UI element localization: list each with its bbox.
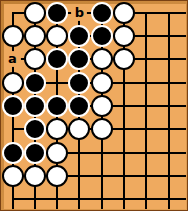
black-stone [2, 95, 24, 117]
black-stone [68, 48, 90, 70]
black-stone [91, 25, 113, 47]
white-stone [24, 2, 46, 24]
black-stone [46, 2, 68, 24]
white-stone [24, 165, 46, 187]
grid-line-horizontal [12, 198, 187, 200]
point-label-a: a [5, 51, 21, 67]
white-stone [113, 48, 135, 70]
black-stone [91, 2, 113, 24]
white-stone [2, 25, 24, 47]
black-stone [68, 72, 90, 94]
white-stone [2, 72, 24, 94]
black-stone [2, 142, 24, 164]
black-stone [24, 95, 46, 117]
white-stone [2, 165, 24, 187]
white-stone [91, 72, 113, 94]
grid-line-vertical [145, 12, 147, 209]
black-stone [46, 95, 68, 117]
white-stone [24, 48, 46, 70]
white-stone [91, 48, 113, 70]
white-stone [113, 2, 135, 24]
black-stone [68, 95, 90, 117]
grid-line-vertical [168, 12, 170, 209]
black-stone [68, 25, 90, 47]
black-stone [24, 72, 46, 94]
white-stone [68, 118, 90, 140]
point-label-b: b [71, 5, 87, 21]
black-stone [46, 48, 68, 70]
board-frame: ba [0, 0, 188, 211]
white-stone [113, 25, 135, 47]
white-stone [91, 118, 113, 140]
white-stone [24, 25, 46, 47]
black-stone [24, 142, 46, 164]
black-stone [24, 118, 46, 140]
white-stone [46, 165, 68, 187]
white-stone [46, 25, 68, 47]
go-board: ba [4, 4, 186, 209]
go-diagram: ba [0, 0, 188, 211]
white-stone [91, 95, 113, 117]
white-stone [46, 118, 68, 140]
white-stone [46, 142, 68, 164]
